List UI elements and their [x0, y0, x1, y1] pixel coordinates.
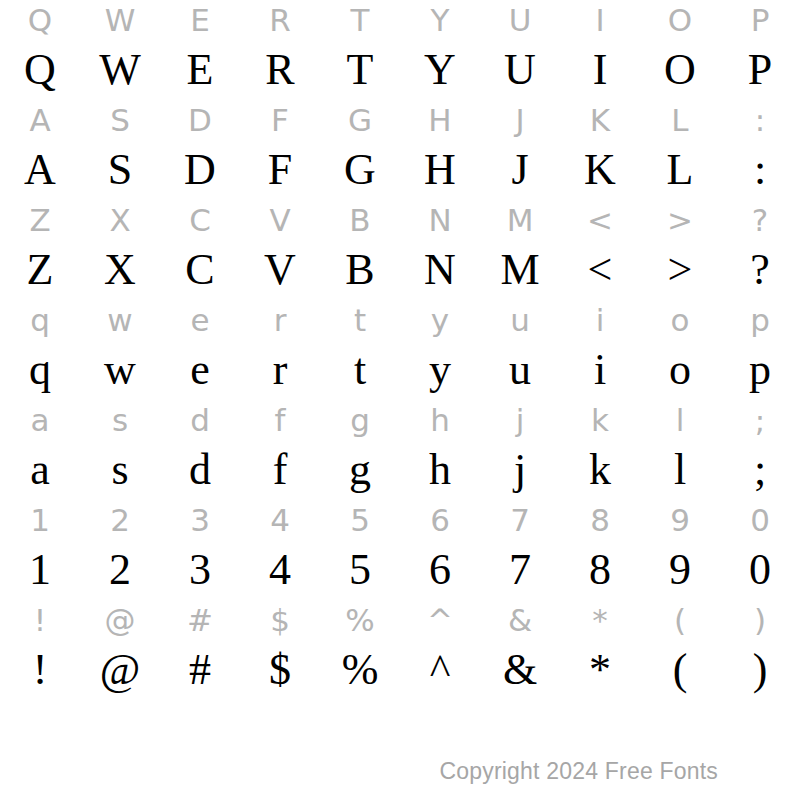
- char-cell: #: [160, 644, 240, 695]
- char-cell: j: [480, 395, 560, 445]
- char-cell: e: [160, 295, 240, 345]
- char-cell: q: [0, 295, 80, 345]
- char-cell: A: [0, 95, 80, 145]
- char-cell: i: [560, 295, 640, 345]
- char-cell: *: [560, 595, 640, 645]
- char-cell: Y: [400, 0, 480, 45]
- char-cell: 7: [480, 544, 560, 595]
- char-cell: 4: [240, 544, 320, 595]
- char-cell: R: [240, 44, 320, 95]
- char-cell: ;: [720, 444, 800, 495]
- char-cell: U: [480, 44, 560, 95]
- char-cell: r: [240, 344, 320, 395]
- char-cell: k: [560, 444, 640, 495]
- char-cell: V: [240, 244, 320, 295]
- char-cell: I: [560, 0, 640, 45]
- char-cell: 9: [640, 544, 720, 595]
- char-cell: 2: [80, 495, 160, 545]
- char-cell: 6: [400, 544, 480, 595]
- char-cell: A: [0, 144, 80, 195]
- char-cell: ;: [720, 395, 800, 445]
- char-cell: Y: [400, 44, 480, 95]
- char-row-ink: ZXCVBNM<>?: [0, 250, 800, 300]
- char-cell: T: [320, 44, 400, 95]
- char-cell: X: [80, 195, 160, 245]
- char-cell: $: [240, 644, 320, 695]
- char-cell: l: [640, 395, 720, 445]
- char-cell: j: [480, 444, 560, 495]
- char-row-ghost: qwertyuiop: [0, 300, 800, 350]
- char-cell: D: [160, 144, 240, 195]
- char-cell: i: [560, 344, 640, 395]
- char-cell: F: [240, 144, 320, 195]
- char-cell: a: [0, 444, 80, 495]
- char-cell: w: [80, 344, 160, 395]
- char-cell: e: [160, 344, 240, 395]
- char-cell: O: [640, 0, 720, 45]
- char-cell: o: [640, 344, 720, 395]
- char-cell: o: [640, 295, 720, 345]
- char-row-ink: qwertyuiop: [0, 350, 800, 400]
- char-cell: s: [80, 395, 160, 445]
- char-cell: 4: [240, 495, 320, 545]
- char-cell: H: [400, 95, 480, 145]
- char-cell: K: [560, 95, 640, 145]
- char-cell: 2: [80, 544, 160, 595]
- char-cell: l: [640, 444, 720, 495]
- char-cell: 7: [480, 495, 560, 545]
- char-row-ghost: asdfghjkl;: [0, 400, 800, 450]
- char-cell: M: [480, 195, 560, 245]
- char-cell: <: [560, 244, 640, 295]
- char-cell: F: [240, 95, 320, 145]
- char-cell: ?: [720, 244, 800, 295]
- char-row-ink: QWERTYUIOP: [0, 50, 800, 100]
- char-cell: 1: [0, 544, 80, 595]
- char-cell: u: [480, 295, 560, 345]
- char-cell: k: [560, 395, 640, 445]
- char-cell: H: [400, 144, 480, 195]
- char-cell: 1: [0, 495, 80, 545]
- char-cell: y: [400, 344, 480, 395]
- char-cell: 9: [640, 495, 720, 545]
- char-cell: Z: [0, 195, 80, 245]
- char-cell: ?: [720, 195, 800, 245]
- char-cell: !: [0, 595, 80, 645]
- char-cell: &: [480, 595, 560, 645]
- char-cell: 5: [320, 495, 400, 545]
- char-cell: :: [720, 95, 800, 145]
- char-row-ink: ASDFGHJKL:: [0, 150, 800, 200]
- char-cell: 6: [400, 495, 480, 545]
- char-cell: #: [160, 595, 240, 645]
- char-cell: d: [160, 444, 240, 495]
- char-cell: J: [480, 144, 560, 195]
- char-cell: 5: [320, 544, 400, 595]
- char-row-ink: 1234567890: [0, 550, 800, 600]
- char-cell: Z: [0, 244, 80, 295]
- copyright-text: Copyright 2024 Free Fonts: [439, 758, 718, 785]
- char-row-ghost: ASDFGHJKL:: [0, 100, 800, 150]
- char-row-ghost: 1234567890: [0, 500, 800, 550]
- char-cell: B: [320, 195, 400, 245]
- char-cell: u: [480, 344, 560, 395]
- char-cell: Q: [0, 44, 80, 95]
- char-cell: w: [80, 295, 160, 345]
- char-cell: %: [320, 595, 400, 645]
- char-cell: L: [640, 144, 720, 195]
- char-cell: d: [160, 395, 240, 445]
- char-cell: s: [80, 444, 160, 495]
- char-cell: !: [0, 644, 80, 695]
- char-cell: $: [240, 595, 320, 645]
- char-cell: K: [560, 144, 640, 195]
- char-cell: M: [480, 244, 560, 295]
- char-cell: g: [320, 444, 400, 495]
- char-cell: (: [640, 595, 720, 645]
- char-cell: P: [720, 0, 800, 45]
- char-cell: W: [80, 0, 160, 45]
- char-row-ghost: ZXCVBNM<>?: [0, 200, 800, 250]
- char-cell: g: [320, 395, 400, 445]
- char-cell: *: [560, 644, 640, 695]
- char-cell: T: [320, 0, 400, 45]
- char-cell: r: [240, 295, 320, 345]
- char-cell: S: [80, 144, 160, 195]
- char-cell: h: [400, 395, 480, 445]
- char-cell: C: [160, 244, 240, 295]
- char-cell: @: [80, 595, 160, 645]
- char-cell: >: [640, 244, 720, 295]
- char-cell: h: [400, 444, 480, 495]
- char-cell: <: [560, 195, 640, 245]
- char-cell: O: [640, 44, 720, 95]
- char-cell: N: [400, 244, 480, 295]
- char-row-ink: !@#$%^&*(): [0, 650, 800, 700]
- char-cell: ^: [400, 644, 480, 695]
- char-cell: y: [400, 295, 480, 345]
- char-cell: ): [720, 644, 800, 695]
- char-cell: >: [640, 195, 720, 245]
- char-cell: 3: [160, 544, 240, 595]
- char-cell: %: [320, 644, 400, 695]
- char-row-ink: asdfghjkl;: [0, 450, 800, 500]
- char-cell: 3: [160, 495, 240, 545]
- char-cell: p: [720, 344, 800, 395]
- char-cell: q: [0, 344, 80, 395]
- char-cell: ): [720, 595, 800, 645]
- char-cell: f: [240, 395, 320, 445]
- char-cell: t: [320, 295, 400, 345]
- char-cell: C: [160, 195, 240, 245]
- char-cell: S: [80, 95, 160, 145]
- char-row-ghost: !@#$%^&*(): [0, 600, 800, 650]
- char-cell: R: [240, 0, 320, 45]
- char-cell: :: [720, 144, 800, 195]
- char-cell: G: [320, 144, 400, 195]
- char-cell: (: [640, 644, 720, 695]
- char-cell: E: [160, 0, 240, 45]
- char-cell: B: [320, 244, 400, 295]
- char-cell: @: [80, 644, 160, 695]
- char-row-ghost: QWERTYUIOP: [0, 0, 800, 50]
- char-cell: W: [80, 44, 160, 95]
- char-cell: Q: [0, 0, 80, 45]
- char-cell: X: [80, 244, 160, 295]
- char-cell: 0: [720, 495, 800, 545]
- char-cell: f: [240, 444, 320, 495]
- char-cell: E: [160, 44, 240, 95]
- char-cell: D: [160, 95, 240, 145]
- char-cell: ^: [400, 595, 480, 645]
- char-cell: &: [480, 644, 560, 695]
- char-cell: I: [560, 44, 640, 95]
- char-cell: t: [320, 344, 400, 395]
- char-cell: 0: [720, 544, 800, 595]
- char-cell: V: [240, 195, 320, 245]
- char-cell: G: [320, 95, 400, 145]
- character-grid: QWERTYUIOPQWERTYUIOPASDFGHJKL:ASDFGHJKL:…: [0, 0, 800, 700]
- char-cell: 8: [560, 495, 640, 545]
- char-cell: N: [400, 195, 480, 245]
- char-cell: J: [480, 95, 560, 145]
- char-cell: p: [720, 295, 800, 345]
- char-cell: a: [0, 395, 80, 445]
- char-cell: 8: [560, 544, 640, 595]
- char-cell: L: [640, 95, 720, 145]
- char-cell: P: [720, 44, 800, 95]
- char-cell: U: [480, 0, 560, 45]
